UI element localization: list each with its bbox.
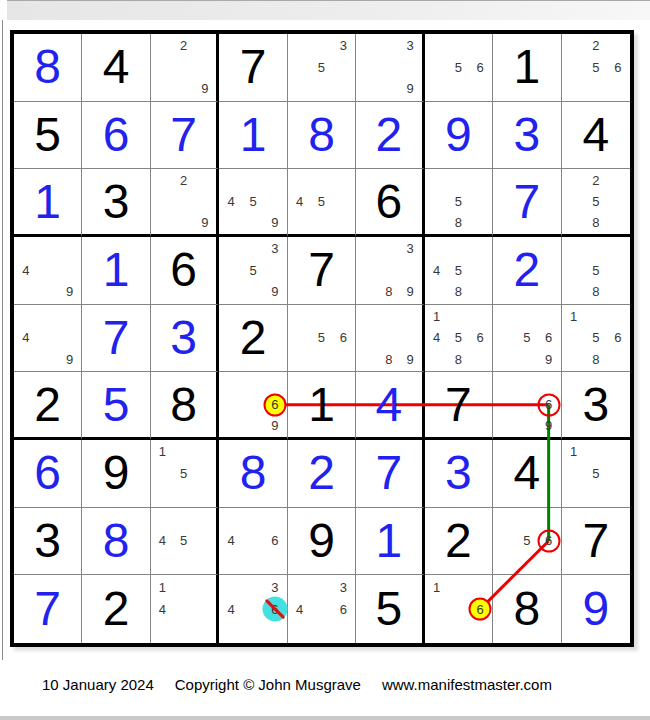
given-digit: 2 [425, 508, 492, 575]
mark-slot-3 [194, 441, 215, 463]
given-digit: 7 [288, 237, 355, 304]
mark-slot-4 [426, 191, 448, 212]
pencil-marks: 45 [152, 509, 215, 574]
mark-slot-3 [264, 509, 286, 531]
cell-r5c2[interactable]: 7 [82, 305, 150, 373]
mark-slot-9 [332, 620, 354, 642]
cell-r8c9[interactable]: 7 [562, 508, 630, 576]
mark-slot-6 [194, 598, 215, 620]
cell-r5c6[interactable]: 89 [356, 305, 424, 373]
mark-slot-9 [194, 552, 215, 574]
cell-r4c3[interactable]: 6 [151, 237, 219, 305]
mark-slot-9: 9 [59, 349, 81, 371]
mark-slot-7 [357, 78, 378, 100]
mark-slot-5: 5 [447, 327, 469, 349]
mark-slot-8: 8 [378, 349, 399, 371]
mark-slot-6 [194, 463, 215, 485]
cell-r1c8[interactable]: 1 [493, 34, 561, 102]
mark-slot-2 [447, 576, 469, 598]
mark-slot-1 [563, 170, 585, 191]
pencil-marks: 359 [220, 238, 285, 303]
cell-r6c9[interactable]: 3 [562, 372, 630, 440]
cell-r2c5[interactable]: 8 [288, 102, 356, 170]
given-digit: 6 [356, 169, 421, 234]
mark-slot-7 [426, 349, 448, 371]
cell-r1c4[interactable]: 7 [219, 34, 287, 102]
mark-slot-8 [173, 212, 194, 233]
mark-slot-7 [289, 620, 311, 642]
given-digit: 7 [562, 508, 630, 575]
mark-slot-4 [152, 191, 173, 212]
cell-r9c3[interactable]: 14 [151, 575, 219, 643]
footer: 10 January 2024Copyright © John Musgrave… [42, 676, 573, 693]
mark-slot-2 [311, 170, 333, 191]
mark-slot-1 [220, 170, 242, 191]
given-digit: 6 [151, 237, 216, 304]
mark-slot-7 [152, 620, 173, 642]
mark-slot-3 [469, 35, 491, 57]
mark-slot-3 [607, 306, 629, 328]
mark-slot-2 [447, 238, 469, 260]
cell-r8c1[interactable]: 3 [14, 508, 82, 576]
solved-digit: 8 [14, 34, 81, 101]
solved-digit: 1 [219, 102, 286, 169]
mark-slot-1 [289, 170, 311, 191]
mark-slot-9: 9 [264, 415, 286, 436]
mark-slot-6 [264, 191, 286, 212]
cell-r1c6[interactable]: 39 [356, 34, 424, 102]
cell-r9c6[interactable]: 5 [356, 575, 424, 643]
mark-slot-5 [37, 260, 59, 282]
cell-r1c1[interactable]: 8 [14, 34, 82, 102]
mark-slot-1 [494, 509, 516, 531]
cell-r3c8[interactable]: 7 [493, 169, 561, 237]
mark-slot-2 [242, 170, 264, 191]
mark-slot-4 [494, 394, 516, 415]
mark-slot-7 [220, 281, 242, 303]
mark-slot-4 [152, 463, 173, 485]
mark-slot-6: 6 [469, 57, 491, 79]
mark-slot-4 [494, 327, 516, 349]
given-digit: 2 [219, 305, 286, 372]
cell-r3c2[interactable]: 3 [82, 169, 150, 237]
mark-slot-6: 6 [607, 327, 629, 349]
cell-r2c9[interactable]: 4 [562, 102, 630, 170]
cell-r1c2[interactable]: 4 [82, 34, 150, 102]
mark-slot-3: 3 [264, 238, 286, 260]
cell-r8c3[interactable]: 45 [151, 508, 219, 576]
cell-r7c7[interactable]: 3 [425, 440, 493, 508]
cell-r2c3[interactable]: 7 [151, 102, 219, 170]
cell-r4c2[interactable]: 1 [82, 237, 150, 305]
cell-r2c2[interactable]: 6 [82, 102, 150, 170]
mark-slot-7 [152, 552, 173, 574]
mark-slot-5: 5 [585, 191, 607, 212]
mark-slot-6 [194, 191, 215, 212]
mark-slot-9 [469, 78, 491, 100]
mark-slot-5 [37, 327, 59, 349]
pencil-marks: 35 [289, 35, 354, 100]
mark-slot-1 [220, 509, 242, 531]
mark-slot-5: 5 [585, 463, 607, 485]
cell-r1c3[interactable]: 29 [151, 34, 219, 102]
mark-slot-6: 6 [332, 598, 354, 620]
mark-slot-2 [242, 576, 264, 598]
mark-slot-1 [289, 306, 311, 328]
solved-digit: 1 [82, 237, 149, 304]
mark-slot-4: 4 [220, 191, 242, 212]
mark-slot-4: 4 [289, 598, 311, 620]
cell-r1c9[interactable]: 256 [562, 34, 630, 102]
mark-slot-3: 3 [400, 238, 421, 260]
mark-slot-7 [357, 349, 378, 371]
cell-r7c8[interactable]: 4 [493, 440, 561, 508]
mark-slot-5 [378, 327, 399, 349]
cell-r6c3[interactable]: 8 [151, 372, 219, 440]
mark-slot-1: 1 [426, 306, 448, 328]
mark-slot-7 [15, 281, 37, 303]
solved-digit: 3 [151, 305, 216, 372]
mark-slot-2 [585, 441, 607, 463]
mark-slot-8 [242, 415, 264, 436]
mark-slot-5 [173, 598, 194, 620]
mark-slot-7 [426, 281, 448, 303]
cell-r3c9[interactable]: 258 [562, 169, 630, 237]
mark-slot-8 [447, 620, 469, 642]
cell-r2c7[interactable]: 9 [425, 102, 493, 170]
mark-slot-7 [152, 212, 173, 233]
mark-slot-6 [59, 260, 81, 282]
cell-r7c1[interactable]: 6 [14, 440, 82, 508]
pencil-marks: 58 [426, 170, 491, 233]
mark-slot-6 [400, 327, 421, 349]
mark-slot-1 [15, 306, 37, 328]
mark-slot-5 [311, 598, 333, 620]
mark-slot-2 [311, 306, 333, 328]
solved-digit: 3 [493, 102, 560, 169]
cell-r8c7[interactable]: 2 [425, 508, 493, 576]
mark-slot-1 [494, 306, 516, 328]
mark-slot-8 [173, 78, 194, 100]
given-digit: 5 [14, 102, 81, 169]
mark-slot-4 [289, 57, 311, 79]
mark-slot-6: 6 [469, 327, 491, 349]
mark-slot-1 [494, 373, 516, 394]
mark-slot-1: 1 [563, 306, 585, 328]
mark-slot-3 [194, 576, 215, 598]
pencil-marks: 56 [289, 306, 354, 371]
cell-r3c4[interactable]: 459 [219, 169, 287, 237]
cell-r5c5[interactable]: 56 [288, 305, 356, 373]
mark-slot-2 [311, 576, 333, 598]
mark-slot-2: 2 [173, 35, 194, 57]
cell-r7c3[interactable]: 15 [151, 440, 219, 508]
cell-r8c6[interactable]: 1 [356, 508, 424, 576]
cell-r2c8[interactable]: 3 [493, 102, 561, 170]
mark-slot-8 [242, 212, 264, 233]
cell-r9c2[interactable]: 2 [82, 575, 150, 643]
mark-slot-8: 8 [447, 212, 469, 233]
mark-slot-7 [357, 281, 378, 303]
cell-r7c6[interactable]: 7 [356, 440, 424, 508]
mark-slot-4: 4 [152, 598, 173, 620]
solved-digit: 7 [151, 102, 216, 169]
mark-slot-3 [194, 35, 215, 57]
pencil-marks: 56 [426, 35, 491, 100]
mark-slot-2 [585, 306, 607, 328]
given-digit: 8 [151, 372, 216, 437]
mark-slot-3 [469, 238, 491, 260]
cell-r6c8[interactable]: 69 [493, 372, 561, 440]
solved-digit: 4 [356, 372, 421, 437]
mark-slot-5: 5 [173, 530, 194, 552]
cell-r7c5[interactable]: 2 [288, 440, 356, 508]
mark-slot-1 [289, 576, 311, 598]
mark-slot-1 [220, 576, 242, 598]
mark-slot-8 [378, 78, 399, 100]
mark-slot-1: 1 [152, 441, 173, 463]
mark-slot-2 [585, 238, 607, 260]
cell-r7c2[interactable]: 9 [82, 440, 150, 508]
cell-r5c7[interactable]: 14568 [425, 305, 493, 373]
mark-slot-8 [242, 620, 264, 642]
cell-r4c4[interactable]: 359 [219, 237, 287, 305]
mark-slot-1: 1 [563, 441, 585, 463]
sudoku-board: 8429735395612565671829341329459456587258… [10, 30, 634, 647]
mark-slot-7 [220, 620, 242, 642]
footer-date: 10 January 2024 [42, 676, 154, 693]
cell-r7c9[interactable]: 15 [562, 440, 630, 508]
cell-r8c8[interactable]: 56 [493, 508, 561, 576]
cell-r4c8[interactable]: 2 [493, 237, 561, 305]
mark-slot-9: 9 [194, 212, 215, 233]
given-digit: 2 [14, 372, 81, 437]
mark-slot-3 [332, 170, 354, 191]
given-digit: 7 [425, 372, 492, 437]
pencil-marks: 49 [15, 238, 80, 303]
mark-slot-7 [494, 415, 516, 436]
mark-slot-2 [378, 35, 399, 57]
footer-website: www.manifestmaster.com [382, 676, 552, 693]
mark-slot-7 [563, 484, 585, 506]
mark-slot-9: 9 [538, 415, 560, 436]
solved-digit: 9 [562, 575, 630, 643]
cell-r4c7[interactable]: 458 [425, 237, 493, 305]
mark-slot-5: 5 [242, 191, 264, 212]
cell-r6c1[interactable]: 2 [14, 372, 82, 440]
mark-slot-4 [563, 57, 585, 79]
pencil-marks: 46 [220, 509, 285, 574]
mark-slot-8 [37, 349, 59, 371]
cell-r2c6[interactable]: 2 [356, 102, 424, 170]
mark-slot-1 [563, 35, 585, 57]
cell-r5c8[interactable]: 569 [493, 305, 561, 373]
mark-slot-4 [357, 327, 378, 349]
mark-slot-8 [516, 349, 538, 371]
mark-slot-8 [516, 552, 538, 574]
cell-r3c6[interactable]: 6 [356, 169, 424, 237]
pencil-marks: 89 [357, 306, 420, 371]
pencil-marks: 346 [220, 576, 285, 642]
mark-slot-8 [311, 349, 333, 371]
solved-digit: 6 [82, 102, 149, 169]
mark-slot-9 [469, 212, 491, 233]
cell-r6c2[interactable]: 5 [82, 372, 150, 440]
mark-slot-9: 9 [264, 212, 286, 233]
mark-slot-6 [607, 463, 629, 485]
pencil-marks: 69 [494, 373, 559, 436]
mark-slot-5: 5 [585, 260, 607, 282]
mark-slot-5: 5 [447, 260, 469, 282]
mark-slot-1 [357, 238, 378, 260]
mark-slot-1 [152, 509, 173, 531]
mark-slot-5 [242, 598, 264, 620]
cell-r6c6[interactable]: 4 [356, 372, 424, 440]
cell-r4c5[interactable]: 7 [288, 237, 356, 305]
cell-r5c4[interactable]: 2 [219, 305, 287, 373]
mark-slot-3 [607, 238, 629, 260]
pencil-marks: 569 [494, 306, 559, 371]
cell-r3c1[interactable]: 1 [14, 169, 82, 237]
mark-slot-4: 4 [220, 530, 242, 552]
cell-r9c5[interactable]: 346 [288, 575, 356, 643]
cell-r3c3[interactable]: 29 [151, 169, 219, 237]
cell-r3c7[interactable]: 58 [425, 169, 493, 237]
mark-slot-4: 4 [15, 327, 37, 349]
mark-slot-3 [538, 509, 560, 531]
solved-digit: 8 [219, 440, 286, 507]
given-digit: 3 [562, 372, 630, 437]
cell-r2c1[interactable]: 5 [14, 102, 82, 170]
mark-slot-4 [220, 394, 242, 415]
cell-r9c9[interactable]: 9 [562, 575, 630, 643]
given-digit: 9 [288, 508, 355, 575]
solved-digit: 2 [356, 102, 421, 169]
pencil-marks: 14568 [426, 306, 491, 371]
pencil-marks: 15 [563, 441, 629, 506]
cell-r9c8[interactable]: 8 [493, 575, 561, 643]
mark-slot-4 [426, 598, 448, 620]
cell-r4c6[interactable]: 389 [356, 237, 424, 305]
solved-digit: 8 [82, 508, 149, 575]
mark-slot-5: 5 [516, 327, 538, 349]
mark-slot-4: 4 [289, 191, 311, 212]
cell-r6c7[interactable]: 7 [425, 372, 493, 440]
cell-r5c1[interactable]: 49 [14, 305, 82, 373]
cell-r9c7[interactable]: 16 [425, 575, 493, 643]
page-left-border [2, 20, 3, 660]
mark-slot-7 [426, 78, 448, 100]
mark-slot-9 [469, 620, 491, 642]
mark-slot-4 [357, 57, 378, 79]
mark-slot-9 [264, 620, 286, 642]
cell-r6c5[interactable]: 1 [288, 372, 356, 440]
mark-slot-6: 6 [538, 394, 560, 415]
cell-r5c3[interactable]: 3 [151, 305, 219, 373]
mark-slot-6 [607, 191, 629, 212]
mark-slot-2 [242, 509, 264, 531]
pencil-marks: 49 [15, 306, 80, 371]
cell-r8c2[interactable]: 8 [82, 508, 150, 576]
mark-slot-9: 9 [400, 281, 421, 303]
mark-slot-6 [264, 260, 286, 282]
cell-r4c9[interactable]: 58 [562, 237, 630, 305]
cell-r7c4[interactable]: 8 [219, 440, 287, 508]
mark-slot-6 [332, 191, 354, 212]
cell-r1c5[interactable]: 35 [288, 34, 356, 102]
cell-r2c4[interactable]: 1 [219, 102, 287, 170]
pencil-marks: 459 [220, 170, 285, 233]
mark-slot-8 [242, 552, 264, 574]
mark-slot-8: 8 [378, 281, 399, 303]
cell-r8c4[interactable]: 46 [219, 508, 287, 576]
pencil-marks: 389 [357, 238, 420, 303]
mark-slot-7 [563, 281, 585, 303]
given-digit: 4 [562, 102, 630, 169]
mark-slot-9 [194, 620, 215, 642]
cell-r4c1[interactable]: 49 [14, 237, 82, 305]
mark-slot-1: 1 [426, 576, 448, 598]
mark-slot-6: 6 [332, 327, 354, 349]
cell-r9c4[interactable]: 346 [219, 575, 287, 643]
mark-slot-8 [311, 620, 333, 642]
given-digit: 7 [219, 34, 286, 101]
board-grid: 8429735395612565671829341329459456587258… [14, 34, 630, 643]
mark-slot-6 [469, 260, 491, 282]
mark-slot-5 [447, 598, 469, 620]
solved-digit: 3 [425, 440, 492, 507]
mark-slot-8 [585, 484, 607, 506]
mark-slot-4 [494, 530, 516, 552]
mark-slot-7 [494, 349, 516, 371]
cell-r3c5[interactable]: 45 [288, 169, 356, 237]
mark-slot-5 [242, 394, 264, 415]
pencil-marks: 458 [426, 238, 491, 303]
pencil-marks: 69 [220, 373, 285, 436]
pencil-marks: 29 [152, 35, 215, 100]
mark-slot-3 [607, 441, 629, 463]
cell-r9c1[interactable]: 7 [14, 575, 82, 643]
solved-digit: 7 [14, 575, 81, 643]
cell-r6c4[interactable]: 69 [219, 372, 287, 440]
mark-slot-5 [516, 394, 538, 415]
given-digit: 1 [288, 372, 355, 437]
mark-slot-6 [332, 57, 354, 79]
mark-slot-2 [378, 306, 399, 328]
mark-slot-3 [194, 170, 215, 191]
mark-slot-5 [378, 57, 399, 79]
mark-slot-3 [264, 373, 286, 394]
mark-slot-5: 5 [311, 191, 333, 212]
mark-slot-7 [289, 212, 311, 233]
mark-slot-7 [220, 415, 242, 436]
mark-slot-7 [220, 212, 242, 233]
mark-slot-2 [516, 509, 538, 531]
cell-r1c7[interactable]: 56 [425, 34, 493, 102]
cell-r8c5[interactable]: 9 [288, 508, 356, 576]
mark-slot-9 [332, 349, 354, 371]
mark-slot-4 [152, 57, 173, 79]
given-digit: 1 [493, 34, 560, 101]
mark-slot-4 [563, 191, 585, 212]
mark-slot-6: 6 [607, 57, 629, 79]
mark-slot-9 [194, 484, 215, 506]
mark-slot-2 [242, 238, 264, 260]
cell-r5c9[interactable]: 1568 [562, 305, 630, 373]
mark-slot-4 [563, 260, 585, 282]
solved-digit: 1 [14, 169, 81, 234]
mark-slot-8: 8 [585, 212, 607, 233]
